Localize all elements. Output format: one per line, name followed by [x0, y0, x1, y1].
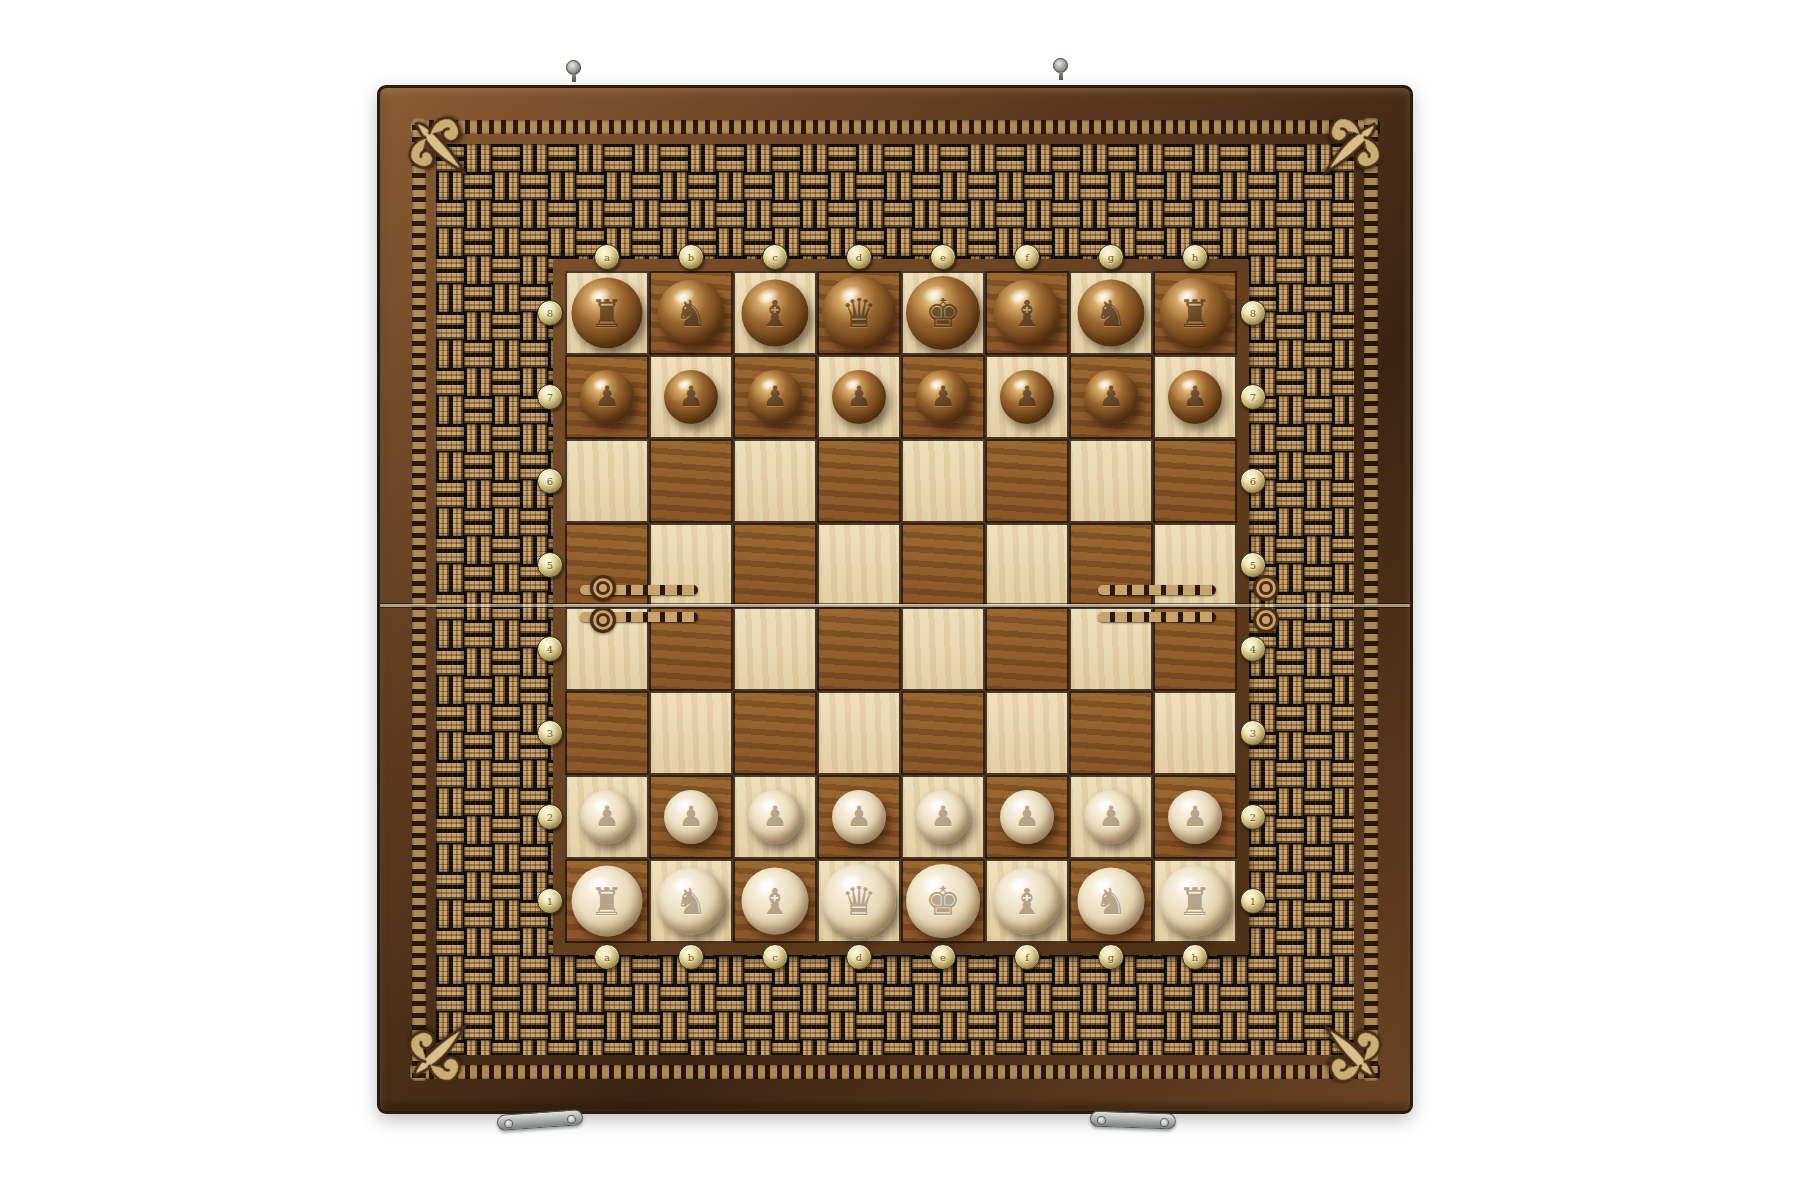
weave-cell [1332, 872, 1354, 900]
weave-cell [1248, 172, 1276, 200]
weave-cell [492, 704, 520, 732]
piece-glyph: ♟ [1182, 803, 1207, 831]
piece-glyph: ♟ [1182, 383, 1207, 411]
square-h7[interactable]: ♟ [1153, 355, 1237, 439]
piece-glyph: ♛ [841, 293, 877, 333]
weave-cell [660, 1040, 688, 1055]
square-h2[interactable]: ♟ [1153, 775, 1237, 859]
weave-cell [1332, 368, 1354, 396]
weave-cell [436, 732, 464, 760]
weave-cell [520, 228, 548, 256]
weave-cell [436, 508, 464, 536]
weave-cell [968, 200, 996, 228]
square-h3[interactable] [1153, 691, 1237, 775]
weave-cell [1332, 452, 1354, 480]
piece-white-pawn-f2[interactable]: ♟ [1000, 790, 1054, 844]
stud-coordinate-label: 4 [547, 644, 553, 655]
weave-cell [492, 480, 520, 508]
weave-cell [576, 1040, 604, 1055]
weave-cell [436, 872, 464, 900]
piece-white-knight-g1[interactable]: ♞ [1078, 868, 1145, 935]
weave-cell [1304, 956, 1332, 984]
piece-glyph: ♞ [1095, 883, 1127, 919]
square-c2[interactable]: ♟ [733, 775, 817, 859]
weave-cell [1220, 956, 1248, 984]
stud-coordinate-label: g [1108, 252, 1114, 263]
piece-black-knight-g8[interactable]: ♞ [1078, 280, 1145, 347]
piece-white-pawn-g2[interactable]: ♟ [1084, 790, 1138, 844]
weave-cell [464, 284, 492, 312]
weave-cell [1304, 480, 1332, 508]
piece-black-pawn-g7[interactable]: ♟ [1084, 370, 1138, 424]
piece-white-pawn-d2[interactable]: ♟ [832, 790, 886, 844]
weave-cell [1276, 900, 1304, 928]
scroll-ornament-icon [1253, 575, 1279, 601]
weave-cell [856, 144, 884, 172]
weave-cell [436, 228, 464, 256]
square-g2[interactable]: ♟ [1069, 775, 1153, 859]
piece-glyph: ♟ [1098, 383, 1123, 411]
weave-cell [1304, 872, 1332, 900]
weave-cell [1304, 396, 1332, 424]
square-f7[interactable]: ♟ [985, 355, 1069, 439]
weave-cell [884, 956, 912, 984]
weave-cell [1192, 1040, 1220, 1055]
piece-white-king-e1[interactable]: ♚ [906, 864, 980, 938]
square-d6[interactable] [817, 439, 901, 523]
weave-cell [800, 172, 828, 200]
weave-cell [688, 984, 716, 1012]
weave-cell [548, 984, 576, 1012]
square-b7[interactable]: ♟ [649, 355, 733, 439]
weave-cell [912, 172, 940, 200]
weave-cell [688, 200, 716, 228]
weave-cell [1248, 424, 1276, 452]
weave-cell [464, 312, 492, 340]
weave-cell [1332, 536, 1354, 564]
stud-coordinate-label: f [1025, 252, 1029, 263]
weave-cell [1192, 1012, 1220, 1040]
piece-glyph: ♝ [1011, 883, 1043, 919]
weave-cell [1304, 648, 1332, 676]
weave-cell [464, 900, 492, 928]
weave-cell [1024, 172, 1052, 200]
weave-cell [464, 704, 492, 732]
weave-cell [1220, 228, 1248, 256]
weave-cell [716, 144, 744, 172]
square-c1[interactable]: ♝ [733, 859, 817, 943]
weave-cell [436, 816, 464, 844]
square-d7[interactable]: ♟ [817, 355, 901, 439]
square-e7[interactable]: ♟ [901, 355, 985, 439]
stud-coordinate-label: 3 [1250, 728, 1256, 739]
weave-cell [1304, 256, 1332, 284]
weave-cell [1164, 200, 1192, 228]
chevron-trim-right [1364, 118, 1378, 1081]
piece-glyph: ♟ [1098, 803, 1123, 831]
square-a6[interactable] [565, 439, 649, 523]
piece-white-pawn-a2[interactable]: ♟ [580, 790, 634, 844]
stud-coordinate-label: g [1108, 952, 1114, 963]
stud-coordinate-label: h [1192, 252, 1198, 263]
square-f3[interactable] [985, 691, 1069, 775]
weave-cell [436, 676, 464, 704]
piece-glyph: ♟ [930, 803, 955, 831]
stud-coordinate-label: 8 [1250, 308, 1256, 319]
piece-glyph: ♟ [930, 383, 955, 411]
weave-cell [632, 1012, 660, 1040]
square-c6[interactable] [733, 439, 817, 523]
weave-cell [1332, 340, 1354, 368]
square-c7[interactable]: ♟ [733, 355, 817, 439]
weave-cell [1024, 200, 1052, 228]
weave-cell [576, 144, 604, 172]
square-a8[interactable]: ♜ [565, 271, 649, 355]
weave-cell [800, 956, 828, 984]
piece-white-pawn-e2[interactable]: ♟ [916, 790, 970, 844]
weave-cell [576, 984, 604, 1012]
square-b2[interactable]: ♟ [649, 775, 733, 859]
piece-black-bishop-f8[interactable]: ♝ [994, 280, 1061, 347]
square-d1[interactable]: ♛ [817, 859, 901, 943]
weave-cell [436, 956, 464, 984]
square-f5[interactable] [985, 523, 1069, 607]
weave-cell [828, 200, 856, 228]
weave-cell [1248, 1012, 1276, 1040]
weave-cell [1052, 228, 1080, 256]
weave-cell [492, 620, 520, 648]
weave-cell [548, 228, 576, 256]
square-f6[interactable] [985, 439, 1069, 523]
piece-glyph: ♝ [1011, 295, 1043, 331]
weave-cell [1248, 984, 1276, 1012]
weave-cell [492, 200, 520, 228]
square-d2[interactable]: ♟ [817, 775, 901, 859]
weave-cell [492, 676, 520, 704]
square-f4[interactable] [985, 607, 1069, 691]
weave-cell [660, 144, 688, 172]
weave-cell [1136, 956, 1164, 984]
weave-cell [1276, 424, 1304, 452]
square-d5[interactable] [817, 523, 901, 607]
square-h8[interactable]: ♜ [1153, 271, 1237, 355]
weave-cell [1248, 144, 1276, 172]
piece-white-pawn-h2[interactable]: ♟ [1168, 790, 1222, 844]
weave-cell [464, 732, 492, 760]
piece-glyph: ♟ [594, 803, 619, 831]
weave-cell [968, 1012, 996, 1040]
weave-cell [492, 396, 520, 424]
piece-glyph: ♟ [846, 383, 871, 411]
piece-black-pawn-e7[interactable]: ♟ [916, 370, 970, 424]
weave-cell [996, 1040, 1024, 1055]
square-b8[interactable]: ♞ [649, 271, 733, 355]
weave-cell [492, 760, 520, 788]
weave-cell [632, 144, 660, 172]
weave-cell [464, 200, 492, 228]
piece-black-rook-h8[interactable]: ♜ [1160, 278, 1231, 349]
weave-cell [1276, 480, 1304, 508]
weave-cell [1332, 844, 1354, 872]
square-e2[interactable]: ♟ [901, 775, 985, 859]
square-a3[interactable] [565, 691, 649, 775]
weave-cell [688, 144, 716, 172]
weave-cell [464, 452, 492, 480]
weave-cell [772, 1040, 800, 1055]
weave-cell [520, 172, 548, 200]
weave-cell [632, 984, 660, 1012]
piece-black-pawn-f7[interactable]: ♟ [1000, 370, 1054, 424]
weave-cell [1248, 228, 1276, 256]
stud-coordinate-label: 3 [547, 728, 553, 739]
stud-file-c-top: c [762, 244, 788, 270]
square-c8[interactable]: ♝ [733, 271, 817, 355]
weave-cell [520, 984, 548, 1012]
piece-black-pawn-a7[interactable]: ♟ [580, 370, 634, 424]
weave-cell [1332, 928, 1354, 956]
square-a7[interactable]: ♟ [565, 355, 649, 439]
square-c3[interactable] [733, 691, 817, 775]
stud-coordinate-label: 5 [547, 560, 553, 571]
piece-glyph: ♟ [1014, 803, 1039, 831]
weave-cell [1024, 144, 1052, 172]
weave-cell [884, 1040, 912, 1055]
piece-black-rook-a8[interactable]: ♜ [572, 278, 643, 349]
square-b6[interactable] [649, 439, 733, 523]
square-a1[interactable]: ♜ [565, 859, 649, 943]
piece-glyph: ♞ [675, 883, 707, 919]
piece-white-rook-h1[interactable]: ♜ [1160, 866, 1231, 937]
weave-cell [1332, 788, 1354, 816]
weave-cell [1304, 564, 1332, 592]
weave-cell [464, 984, 492, 1012]
piece-black-pawn-b7[interactable]: ♟ [664, 370, 718, 424]
weave-cell [1276, 284, 1304, 312]
piece-black-pawn-d7[interactable]: ♟ [832, 370, 886, 424]
square-b3[interactable] [649, 691, 733, 775]
weave-cell [912, 1012, 940, 1040]
square-d4[interactable] [817, 607, 901, 691]
weave-cell [464, 648, 492, 676]
stud-rank-2-right: 2 [1240, 804, 1266, 830]
square-e4[interactable] [901, 607, 985, 691]
stud-file-e-bottom: e [930, 944, 956, 970]
weave-cell [436, 340, 464, 368]
weave-cell [436, 424, 464, 452]
square-f1[interactable]: ♝ [985, 859, 1069, 943]
weave-cell [464, 340, 492, 368]
weave-cell [1248, 340, 1276, 368]
weave-cell [1304, 732, 1332, 760]
stud-coordinate-label: 6 [547, 476, 553, 487]
square-a2[interactable]: ♟ [565, 775, 649, 859]
weave-cell [1304, 816, 1332, 844]
weave-cell [1276, 928, 1304, 956]
weave-cell [1276, 228, 1304, 256]
stud-coordinate-label: 1 [547, 896, 553, 907]
weave-cell [1220, 172, 1248, 200]
weave-cell [1220, 144, 1248, 172]
weave-cell [912, 200, 940, 228]
weave-cell [1276, 200, 1304, 228]
piece-black-king-e8[interactable]: ♚ [906, 276, 980, 350]
square-g1[interactable]: ♞ [1069, 859, 1153, 943]
piece-black-pawn-c7[interactable]: ♟ [748, 370, 802, 424]
piece-glyph: ♜ [1178, 294, 1212, 332]
piece-white-knight-b1[interactable]: ♞ [658, 868, 725, 935]
piece-white-pawn-c2[interactable]: ♟ [748, 790, 802, 844]
square-c4[interactable] [733, 607, 817, 691]
weave-cell [520, 956, 548, 984]
square-e8[interactable]: ♚ [901, 271, 985, 355]
weave-cell [1248, 1040, 1276, 1055]
stud-file-b-top: b [678, 244, 704, 270]
weave-cell [492, 788, 520, 816]
weave-cell [1276, 256, 1304, 284]
rope-trim-bottom [410, 1065, 1380, 1079]
weave-cell [884, 200, 912, 228]
square-f2[interactable]: ♟ [985, 775, 1069, 859]
weave-cell [996, 984, 1024, 1012]
weave-cell [744, 1012, 772, 1040]
piece-white-bishop-f1[interactable]: ♝ [994, 868, 1061, 935]
weave-cell [1276, 1012, 1304, 1040]
weave-cell [1276, 620, 1304, 648]
stud-file-c-bottom: c [762, 944, 788, 970]
weave-cell [772, 172, 800, 200]
square-h6[interactable] [1153, 439, 1237, 523]
stud-coordinate-label: e [940, 252, 946, 263]
piece-glyph: ♝ [759, 883, 791, 919]
weave-cell [1192, 200, 1220, 228]
weave-cell [436, 480, 464, 508]
piece-white-rook-a1[interactable]: ♜ [572, 866, 643, 937]
stud-rank-5-left: 5 [537, 552, 563, 578]
weave-cell [576, 200, 604, 228]
square-e3[interactable] [901, 691, 985, 775]
weave-cell [1332, 648, 1354, 676]
stud-rank-1-left: 1 [537, 888, 563, 914]
weave-cell [464, 228, 492, 256]
weave-cell [1248, 760, 1276, 788]
weave-cell [436, 620, 464, 648]
hinge-screw-icon [1053, 58, 1068, 73]
stud-coordinate-label: 4 [1250, 644, 1256, 655]
weave-cell [1080, 1012, 1108, 1040]
square-c5[interactable] [733, 523, 817, 607]
weave-cell [716, 1040, 744, 1055]
chess-box: ♜♞♝♛♚♝♞♜♟♟♟♟♟♟♟♟♟♟♟♟♟♟♟♟♜♞♝♛♚♝♞♜ aabbccd… [377, 85, 1413, 1114]
weave-cell [1192, 144, 1220, 172]
clasp-latch [1090, 1111, 1177, 1130]
weave-cell [1276, 340, 1304, 368]
piece-white-bishop-c1[interactable]: ♝ [742, 868, 809, 935]
weave-cell [1332, 424, 1354, 452]
weave-cell [744, 1040, 772, 1055]
weave-cell [1052, 200, 1080, 228]
weave-cell [1080, 1040, 1108, 1055]
weave-cell [632, 228, 660, 256]
weave-cell [492, 228, 520, 256]
weave-cell [464, 620, 492, 648]
piece-black-queen-d8[interactable]: ♛ [822, 276, 896, 350]
weave-cell [520, 1012, 548, 1040]
weave-cell [1276, 760, 1304, 788]
weave-cell [604, 144, 632, 172]
piece-black-knight-b8[interactable]: ♞ [658, 280, 725, 347]
weave-cell [1248, 508, 1276, 536]
weave-cell [1332, 704, 1354, 732]
weave-cell [1332, 564, 1354, 592]
weave-cell [688, 1012, 716, 1040]
weave-cell [436, 396, 464, 424]
square-d3[interactable] [817, 691, 901, 775]
weave-cell [520, 676, 548, 704]
weave-cell [744, 144, 772, 172]
weave-cell [968, 984, 996, 1012]
square-b1[interactable]: ♞ [649, 859, 733, 943]
weave-cell [1192, 172, 1220, 200]
weave-cell [520, 760, 548, 788]
weave-cell [632, 1040, 660, 1055]
weave-cell [940, 200, 968, 228]
weave-cell [604, 172, 632, 200]
weave-cell [884, 228, 912, 256]
stud-rank-3-right: 3 [1240, 720, 1266, 746]
weave-cell [1024, 1040, 1052, 1055]
weave-cell [1276, 172, 1304, 200]
weave-cell [1080, 144, 1108, 172]
weave-cell [884, 984, 912, 1012]
square-g6[interactable] [1069, 439, 1153, 523]
weave-cell [576, 172, 604, 200]
weave-cell [1332, 396, 1354, 424]
weave-cell [1052, 984, 1080, 1012]
piece-white-queen-d1[interactable]: ♛ [822, 864, 896, 938]
square-f8[interactable]: ♝ [985, 271, 1069, 355]
weave-cell [1080, 200, 1108, 228]
square-e5[interactable] [901, 523, 985, 607]
weave-cell [1304, 312, 1332, 340]
weave-cell [436, 536, 464, 564]
piece-black-bishop-c8[interactable]: ♝ [742, 280, 809, 347]
square-e6[interactable] [901, 439, 985, 523]
square-g3[interactable] [1069, 691, 1153, 775]
weave-cell [1332, 732, 1354, 760]
stud-file-f-bottom: f [1014, 944, 1040, 970]
weave-cell [1220, 1040, 1248, 1055]
square-g8[interactable]: ♞ [1069, 271, 1153, 355]
weave-cell [520, 508, 548, 536]
square-h1[interactable]: ♜ [1153, 859, 1237, 943]
weave-cell [856, 200, 884, 228]
weave-cell [1052, 956, 1080, 984]
weave-cell [1080, 172, 1108, 200]
weave-cell [800, 984, 828, 1012]
weave-cell [1108, 984, 1136, 1012]
stud-coordinate-label: c [772, 252, 778, 263]
square-e1[interactable]: ♚ [901, 859, 985, 943]
weave-cell [436, 256, 464, 284]
stud-coordinate-label: 6 [1250, 476, 1256, 487]
piece-glyph: ♜ [1178, 882, 1212, 920]
weave-cell [1248, 956, 1276, 984]
piece-black-pawn-h7[interactable]: ♟ [1168, 370, 1222, 424]
piece-white-pawn-b2[interactable]: ♟ [664, 790, 718, 844]
square-g7[interactable]: ♟ [1069, 355, 1153, 439]
weave-cell [1108, 1012, 1136, 1040]
square-d8[interactable]: ♛ [817, 271, 901, 355]
